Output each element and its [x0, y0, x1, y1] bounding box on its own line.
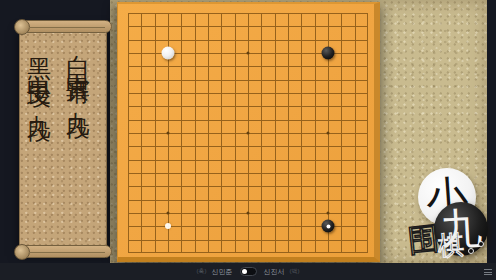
- black-side-tag: (흑): [197, 267, 207, 276]
- bottom-bar: (흑) 신민준 신진서 (백): [0, 263, 496, 280]
- star-point: [247, 212, 250, 215]
- white-player-column: 白 申真谞 九段: [66, 36, 90, 102]
- star-point: [327, 212, 330, 215]
- white-label: 白: [66, 36, 90, 40]
- app-window: 白 申真谞 九段 黑 申旻埈 九段 小 九 围 棋 (흑) 신민준: [0, 0, 496, 280]
- scroll-roller-cap-icon: [14, 244, 30, 260]
- black-label: 黑: [27, 39, 51, 43]
- player-toggle[interactable]: [240, 267, 257, 276]
- scroll-bottom-roller: [16, 245, 112, 258]
- black-stone-Q3: [322, 220, 335, 233]
- logo-mini-stone-icon: [478, 241, 484, 247]
- white-player-name: 申真谞: [66, 54, 90, 66]
- scroll-roller-cap-icon: [14, 19, 30, 35]
- star-point: [166, 132, 169, 135]
- go-board-grid[interactable]: [128, 13, 368, 253]
- white-side-tag: (백): [290, 267, 300, 276]
- toggle-knob[interactable]: [242, 269, 247, 274]
- menu-icon[interactable]: [484, 269, 492, 275]
- star-point: [327, 132, 330, 135]
- black-player-name: 申旻埈: [27, 57, 51, 69]
- star-point: [166, 212, 169, 215]
- black-stone-Q16: [322, 46, 335, 59]
- player-scroll: 白 申真谞 九段 黑 申旻埈 九段: [18, 20, 108, 258]
- black-player-column: 黑 申旻埈 九段: [27, 39, 51, 105]
- toggle-left-name: 신민준: [212, 267, 233, 277]
- go-board[interactable]: [117, 2, 380, 262]
- black-player-rank: 九段: [28, 97, 51, 105]
- scroll-top-roller: [16, 20, 112, 33]
- star-point: [247, 51, 250, 54]
- logo-outline-char-wei: 围: [406, 222, 440, 256]
- logo-mini-stone-icon: [468, 248, 474, 254]
- preview-stone-D3: [165, 223, 171, 229]
- player-toggle-row: (흑) 신민준 신진서 (백): [0, 263, 496, 280]
- white-player-rank: 九段: [67, 94, 90, 102]
- logo-outline-char-qi: 棋: [437, 232, 465, 260]
- star-point: [247, 132, 250, 135]
- white-stone-D16: [161, 46, 174, 59]
- app-logo: 小 九 围 棋: [394, 164, 494, 263]
- last-move-marker: [326, 224, 330, 228]
- toggle-right-name: 신진서: [264, 267, 285, 277]
